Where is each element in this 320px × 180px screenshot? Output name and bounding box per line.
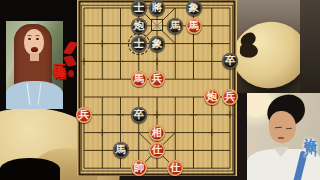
last-move-from-marker: [151, 19, 163, 31]
piece-red-馬-f3r4[interactable]: 馬: [131, 71, 147, 87]
grandmaster-photo: [247, 93, 320, 180]
piece-red-馬-f6r1[interactable]: 馬: [186, 18, 202, 34]
stool-shadow: [0, 158, 60, 180]
piece-black-象-f4r2[interactable]: 象: [149, 36, 165, 52]
piece-red-兵-f0r6[interactable]: 兵: [76, 107, 92, 123]
piece-red-炮-f7r5[interactable]: 炮: [204, 89, 220, 105]
stool-calligraphy-glyph: [237, 32, 264, 63]
piece-black-炮-f3r1[interactable]: 炮: [131, 18, 147, 34]
right-edge-shadow: [300, 0, 320, 93]
xiangqi-board[interactable]: 士將象炮馬馬士象卒馬兵炮兵兵卒相馬仕帥仕: [77, 0, 237, 176]
piece-red-帥-f3r9[interactable]: 帥: [131, 160, 147, 176]
piece-red-相-f4r7[interactable]: 相: [149, 125, 165, 141]
piece-red-兵-f8r5[interactable]: 兵: [222, 89, 238, 105]
streamer-webcam-photo: [6, 21, 63, 109]
red-calligraphy-dot: [68, 70, 74, 77]
piece-black-士-f3r0[interactable]: 士: [131, 0, 147, 16]
stream-frame: 王铁锤 士將象炮馬馬士象卒馬兵炮兵兵卒相馬仕帥仕 许银川: [0, 0, 320, 180]
piece-black-馬-f5r1[interactable]: 馬: [167, 18, 183, 34]
piece-black-卒-f3r6[interactable]: 卒: [131, 107, 147, 123]
left-player-name-overlay: 王铁锤: [50, 53, 68, 59]
grandmaster-mouth: [278, 137, 284, 139]
streamer-neck: [30, 53, 39, 61]
piece-black-士-f3r2[interactable]: 士: [131, 36, 147, 52]
piece-black-將-f4r0[interactable]: 將: [149, 0, 165, 16]
piece-black-馬-f2r8[interactable]: 馬: [113, 142, 129, 158]
right-player-name-overlay: 许银川: [301, 127, 319, 136]
glyph-stroke: [239, 43, 258, 58]
red-calligraphy-decoration: [64, 40, 77, 82]
streamer-eye: [36, 38, 39, 40]
piece-black-象-f6r0[interactable]: 象: [186, 0, 202, 16]
streamer-shirt: [6, 81, 63, 109]
streamer-eye: [28, 38, 31, 40]
streamer-mouth: [31, 47, 38, 52]
